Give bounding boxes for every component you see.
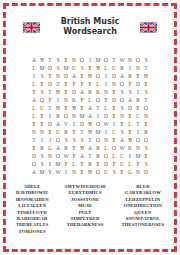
grid-cell[interactable]: O (78, 56, 86, 64)
grid-cell[interactable]: D (62, 72, 70, 80)
grid-cell[interactable]: G (126, 168, 134, 176)
grid-cell[interactable]: I (134, 88, 142, 96)
grid-cell[interactable]: H (142, 72, 150, 80)
grid-cell[interactable]: D (46, 64, 54, 72)
grid-cell[interactable]: R (54, 112, 62, 120)
grid-cell[interactable]: S (38, 160, 46, 168)
grid-cell[interactable]: A (78, 152, 86, 160)
grid-cell[interactable]: L (126, 120, 134, 128)
grid-cell[interactable]: E (38, 112, 46, 120)
grid-cell[interactable]: B (94, 64, 102, 72)
word-list-item: THESTONEROSES (121, 222, 164, 228)
word-list-item: TOMJONES (19, 229, 46, 235)
grid-cell[interactable]: A (78, 88, 86, 96)
grid-cell[interactable]: M (62, 64, 70, 72)
grid-cell[interactable]: L (94, 80, 102, 88)
grid-cell[interactable]: I (134, 128, 142, 136)
grid-cell[interactable]: R (62, 144, 70, 152)
grid-cell[interactable]: D (102, 160, 110, 168)
grid-cell[interactable]: E (38, 120, 46, 128)
word-column-3: BLURGARYBARLOWLEDZEPPELINONEDIRECTIONQUE… (121, 184, 164, 229)
grid-cell[interactable]: N (102, 88, 110, 96)
grid-cell[interactable]: E (78, 104, 86, 112)
grid-cell[interactable]: L (102, 144, 110, 152)
grid-cell[interactable]: P (126, 80, 134, 88)
grid-cell[interactable]: U (102, 168, 110, 176)
grid-cell[interactable]: S (142, 160, 150, 168)
word-column-2: AMYWINEHOUSEEURYTHMICSJOSSSTONEMUSEPULPS… (64, 184, 106, 229)
grid-cell[interactable]: A (86, 112, 94, 120)
grid-cell[interactable]: R (86, 160, 94, 168)
grid-cell[interactable]: D (78, 120, 86, 128)
grid-cell[interactable]: R (86, 88, 94, 96)
grid-cell[interactable]: D (30, 152, 38, 160)
grid-cell[interactable]: M (134, 152, 142, 160)
grid-cell[interactable]: Y (70, 144, 78, 152)
grid-cell[interactable]: E (62, 56, 70, 64)
grid-cell[interactable]: I (102, 80, 110, 88)
grid-cell[interactable]: H (54, 88, 62, 96)
grid-cell[interactable]: P (78, 80, 86, 88)
grid-cell[interactable]: A (30, 56, 38, 64)
grid-cell[interactable]: K (126, 144, 134, 152)
grid-cell[interactable]: A (54, 120, 62, 128)
grid-cell[interactable]: S (142, 88, 150, 96)
grid-cell[interactable]: Y (70, 128, 78, 136)
grid-cell[interactable]: T (94, 104, 102, 112)
grid-cell[interactable]: E (78, 168, 86, 176)
grid-cell[interactable]: E (38, 80, 46, 88)
grid-cell[interactable]: O (102, 56, 110, 64)
grid-cell[interactable]: L (102, 104, 110, 112)
grid-cell[interactable]: I (30, 72, 38, 80)
grid-cell[interactable]: R (134, 96, 142, 104)
grid-cell[interactable]: E (110, 112, 118, 120)
grid-cell[interactable]: L (30, 104, 38, 112)
grid-cell[interactable]: O (118, 96, 126, 104)
grid-cell[interactable]: S (38, 72, 46, 80)
grid-cell[interactable]: S (38, 88, 46, 96)
wordsearch-grid: ABTSENOJMOTWNOSLMDSMUSEBLURINTISYNDAEHOI… (30, 56, 150, 176)
grid-cell[interactable]: A (86, 104, 94, 112)
grid-cell[interactable]: N (70, 56, 78, 64)
grid-cell[interactable]: O (94, 136, 102, 144)
grid-cell[interactable]: R (38, 144, 46, 152)
grid-cell[interactable]: I (110, 120, 118, 128)
grid-cell[interactable]: A (70, 72, 78, 80)
grid-cell[interactable]: M (54, 160, 62, 168)
grid-cell[interactable]: L (30, 80, 38, 88)
grid-cell[interactable]: N (110, 80, 118, 88)
grid-cell[interactable]: E (126, 128, 134, 136)
grid-cell[interactable]: R (126, 72, 134, 80)
grid-cell[interactable]: I (102, 128, 110, 136)
grid-cell[interactable]: D (46, 120, 54, 128)
grid-cell[interactable]: S (62, 136, 70, 144)
grid-cell[interactable]: O (30, 160, 38, 168)
grid-cell[interactable]: A (30, 96, 38, 104)
grid-cell[interactable]: L (30, 64, 38, 72)
grid-cell[interactable]: P (70, 152, 78, 160)
grid-cell[interactable]: J (46, 136, 54, 144)
grid-cell[interactable]: O (94, 72, 102, 80)
grid-cell[interactable]: O (62, 112, 70, 120)
grid-cell[interactable]: V (62, 120, 70, 128)
grid-cell[interactable]: T (46, 104, 54, 112)
grid-cell[interactable]: L (30, 112, 38, 120)
grid-cell[interactable]: A (54, 144, 62, 152)
grid-cell[interactable]: N (102, 136, 110, 144)
grid-cell[interactable]: G (46, 144, 54, 152)
grid-cell[interactable]: E (118, 120, 126, 128)
grid-cell[interactable]: I (126, 152, 134, 160)
grid-cell[interactable]: H (54, 104, 62, 112)
grid-cell[interactable]: O (102, 152, 110, 160)
grid-cell[interactable]: T (86, 152, 94, 160)
grid-cell[interactable]: W (118, 144, 126, 152)
grid-cell[interactable]: C (118, 152, 126, 160)
union-jack-right-icon (140, 22, 157, 33)
grid-cell[interactable]: S (126, 88, 134, 96)
grid-cell[interactable]: T (78, 128, 86, 136)
word-list-item: THEDARKNESS (67, 222, 104, 228)
grid-cell[interactable]: S (78, 136, 86, 144)
grid-cell[interactable]: N (30, 128, 38, 136)
grid-cell[interactable]: B (38, 56, 46, 64)
page-title: British Music Wordsearch (61, 17, 120, 38)
grid-cell[interactable]: R (118, 64, 126, 72)
grid-cell[interactable]: E (86, 80, 94, 88)
grid-cell[interactable]: E (110, 88, 118, 96)
grid-cell[interactable]: S (70, 136, 78, 144)
grid-cell[interactable]: M (38, 64, 46, 72)
grid-cell[interactable]: S (142, 56, 150, 64)
grid-cell[interactable]: S (54, 56, 62, 64)
grid-cell[interactable]: U (118, 160, 126, 168)
grid-cell[interactable]: O (94, 168, 102, 176)
grid-cell[interactable]: E (110, 136, 118, 144)
grid-cell[interactable]: O (142, 136, 150, 144)
grid-cell[interactable]: I (94, 112, 102, 120)
grid-cell[interactable]: P (62, 160, 70, 168)
grid-cell[interactable]: S (118, 104, 126, 112)
grid-cell[interactable]: Y (102, 96, 110, 104)
grid-cell[interactable]: T (142, 64, 150, 72)
grid-cell[interactable]: E (134, 72, 142, 80)
grid-cell[interactable]: S (78, 64, 86, 72)
grid-cell[interactable]: N (118, 112, 126, 120)
grid-cell[interactable]: U (54, 128, 62, 136)
grid-cell[interactable]: W (54, 168, 62, 176)
grid-cell[interactable]: E (118, 168, 126, 176)
word-column-1: ADELEDAVIDBOWIEIRONMAIDENLILYALLENPINKFL… (16, 184, 49, 235)
grid-cell[interactable]: E (78, 72, 86, 80)
grid-cell[interactable]: L (102, 64, 110, 72)
grid-cell[interactable]: N (134, 64, 142, 72)
grid-cell[interactable]: R (94, 152, 102, 160)
grid-cell[interactable]: N (62, 96, 70, 104)
grid-cell[interactable]: D (46, 80, 54, 88)
grid-cell[interactable]: O (110, 144, 118, 152)
grid-cell[interactable]: P (110, 160, 118, 168)
title-line1: British Music (61, 17, 120, 27)
grid-cell[interactable]: R (142, 128, 150, 136)
grid-cell[interactable]: S (38, 152, 46, 160)
grid-cell[interactable]: M (94, 56, 102, 64)
grid-cell[interactable]: I (38, 136, 46, 144)
grid-cell[interactable]: A (126, 96, 134, 104)
grid-cell[interactable]: K (70, 96, 78, 104)
grid-cell[interactable]: U (110, 64, 118, 72)
grid-cell[interactable]: E (86, 64, 94, 72)
grid-cell[interactable]: N (54, 72, 62, 80)
grid-cell[interactable]: Y (78, 160, 86, 168)
grid-cell[interactable]: A (86, 144, 94, 152)
grid-cell[interactable]: Y (46, 72, 54, 80)
grid-cell[interactable]: E (30, 120, 38, 128)
grid-cell[interactable]: O (142, 104, 150, 112)
grid-cell[interactable]: L (86, 96, 94, 104)
grid-cell[interactable]: M (78, 112, 86, 120)
grid-cell[interactable]: O (54, 136, 62, 144)
grid-cell[interactable]: T (142, 96, 150, 104)
grid-cell[interactable]: E (94, 160, 102, 168)
grid-cell[interactable]: S (118, 88, 126, 96)
grid-cell[interactable]: I (54, 96, 62, 104)
grid-cell[interactable]: N (70, 112, 78, 120)
grid-cell[interactable]: E (142, 152, 150, 160)
grid-cell[interactable]: E (46, 128, 54, 136)
grid-cell[interactable]: O (134, 136, 142, 144)
grid-cell[interactable]: O (118, 80, 126, 88)
grid-cell[interactable]: T (30, 136, 38, 144)
grid-cell[interactable]: I (126, 64, 134, 72)
grid-cell[interactable]: D (70, 88, 78, 96)
grid-cell[interactable]: D (126, 104, 134, 112)
grid-cell[interactable]: L (70, 160, 78, 168)
grid-cell[interactable]: D (134, 80, 142, 88)
grid-cell[interactable]: U (38, 104, 46, 112)
worksheet-page: { "game": "wordsearch", "theme": "Britis… (0, 0, 180, 255)
grid-cell[interactable]: S (54, 64, 62, 72)
grid-cell[interactable]: O (94, 96, 102, 104)
grid-cell[interactable]: D (110, 96, 118, 104)
grid-cell[interactable]: N (70, 168, 78, 176)
grid-cell[interactable]: C (134, 112, 142, 120)
grid-cell[interactable]: W (118, 56, 126, 64)
grid-cell[interactable]: C (110, 128, 118, 136)
grid-cell[interactable]: T (86, 136, 94, 144)
grid-cell[interactable]: T (46, 88, 54, 96)
grid-cell[interactable]: D (110, 72, 118, 80)
grid-cell[interactable]: U (70, 64, 78, 72)
grid-cell[interactable]: M (94, 128, 102, 136)
grid-cell[interactable]: P (134, 160, 142, 168)
grid-cell[interactable]: Y (30, 88, 38, 96)
grid-cell[interactable]: W (62, 152, 70, 160)
grid-cell[interactable]: B (78, 144, 86, 152)
grid-cell[interactable]: E (62, 104, 70, 112)
grid-cell[interactable]: O (54, 152, 62, 160)
grid-cell[interactable]: D (142, 168, 150, 176)
grid-cell[interactable]: M (38, 168, 46, 176)
grid-cell[interactable]: B (126, 136, 134, 144)
grid-cell[interactable]: E (62, 80, 70, 88)
grid-cell[interactable]: S (142, 144, 150, 152)
grid-cell[interactable]: N (142, 112, 150, 120)
grid-cell[interactable]: E (62, 88, 70, 96)
grid-cell[interactable]: E (126, 112, 134, 120)
grid-cell[interactable]: I (46, 160, 54, 168)
union-jack-left-icon (23, 22, 40, 33)
grid-cell[interactable]: N (38, 128, 46, 136)
grid-cell[interactable]: F (78, 96, 86, 104)
grid-cell[interactable]: B (70, 104, 78, 112)
grid-cell[interactable]: I (70, 120, 78, 128)
grid-cell[interactable]: Q (38, 96, 46, 104)
grid-cell[interactable]: T (110, 56, 118, 64)
grid-cell[interactable]: E (110, 104, 118, 112)
grid-cell[interactable]: R (94, 144, 102, 152)
grid-cell[interactable]: A (118, 72, 126, 80)
grid-cell[interactable]: B (86, 120, 94, 128)
grid-cell[interactable]: N (134, 144, 142, 152)
grid-cell[interactable]: E (142, 80, 150, 88)
grid-cell[interactable]: I (62, 168, 70, 176)
grid-cell[interactable]: L (110, 152, 118, 160)
grid-cell[interactable]: D (102, 112, 110, 120)
grid-cell[interactable]: K (94, 88, 102, 96)
grid-cell[interactable]: S (118, 128, 126, 136)
grid-cell[interactable]: N (126, 56, 134, 64)
grid-cell[interactable]: Y (46, 168, 54, 176)
grid-cell[interactable]: R (62, 128, 70, 136)
grid-cell[interactable]: L (126, 160, 134, 168)
grid-cell[interactable]: T (46, 56, 54, 64)
grid-cell[interactable]: N (134, 168, 142, 176)
grid-cell[interactable]: T (134, 120, 142, 128)
grid-cell[interactable]: H (86, 72, 94, 80)
grid-cell[interactable]: H (86, 168, 94, 176)
title-line2: Wordsearch (61, 27, 120, 37)
grid-cell[interactable]: J (86, 56, 94, 64)
grid-cell[interactable]: E (142, 120, 150, 128)
grid-cell[interactable]: I (102, 72, 110, 80)
grid-cell[interactable]: O (94, 120, 102, 128)
grid-cell[interactable]: W (102, 120, 110, 128)
grid-cell[interactable]: E (134, 104, 142, 112)
grid-cell[interactable]: E (30, 144, 38, 152)
grid-cell[interactable]: Z (54, 80, 62, 88)
grid-cell[interactable]: I (46, 112, 54, 120)
grid-cell[interactable]: A (118, 136, 126, 144)
grid-cell[interactable]: P (70, 80, 78, 88)
grid-cell[interactable]: O (134, 56, 142, 64)
grid-cell[interactable]: N (46, 152, 54, 160)
header: British Music Wordsearch (0, 16, 180, 38)
grid-cell[interactable]: P (46, 96, 54, 104)
grid-cell[interactable]: A (30, 168, 38, 176)
grid-cell[interactable]: H (86, 128, 94, 136)
grid-cell[interactable]: S (110, 168, 118, 176)
word-list: ADELEDAVIDBOWIEIRONMAIDENLILYALLENPINKFL… (8, 184, 172, 235)
